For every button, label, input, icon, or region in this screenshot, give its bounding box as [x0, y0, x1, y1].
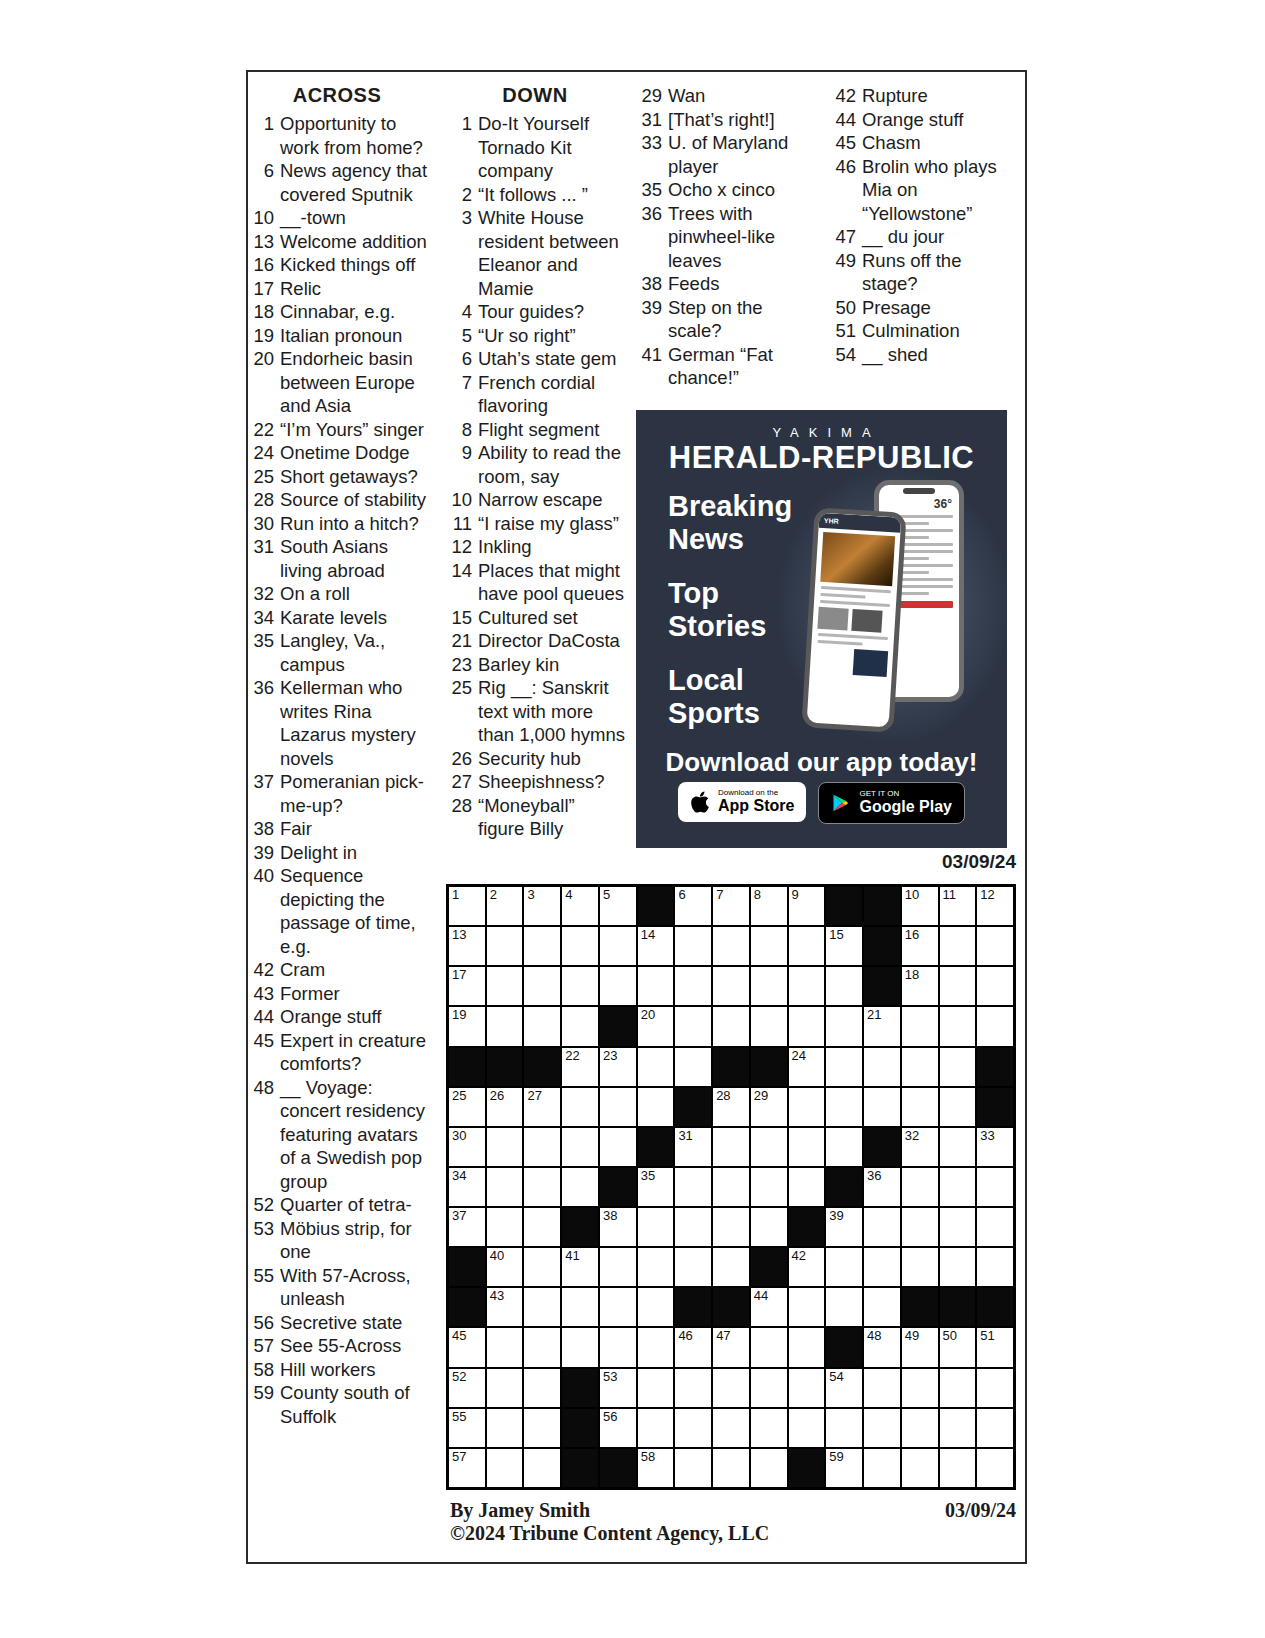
clue: 22“I’m Yours” singer	[246, 418, 432, 442]
grid-cell[interactable]	[902, 1168, 938, 1206]
clue-text: [That’s right!]	[668, 108, 816, 132]
clue-number: 25	[246, 465, 280, 489]
grid-cell[interactable]	[713, 1128, 749, 1166]
grid-cell[interactable]	[977, 1007, 1013, 1045]
grid-cell[interactable]	[524, 1369, 560, 1407]
grid-cell[interactable]	[751, 967, 787, 1005]
grid-cell[interactable]	[713, 1409, 749, 1447]
grid-cell[interactable]: 32	[902, 1128, 938, 1166]
grid-cell[interactable]: 50	[940, 1328, 976, 1366]
grid-cell[interactable]: 9	[789, 887, 825, 925]
grid-cell[interactable]	[789, 1088, 825, 1126]
grid-cell[interactable]	[487, 1409, 523, 1447]
clue: 12Inkling	[444, 535, 630, 559]
grid-cell[interactable]	[977, 1409, 1013, 1447]
cell-number: 30	[452, 1129, 466, 1142]
grid-cell[interactable]: 37	[449, 1208, 485, 1246]
clue: 25Short getaways?	[246, 465, 432, 489]
grid-cell[interactable]: 20	[638, 1007, 674, 1045]
clue-number: 29	[634, 84, 668, 108]
cell-number: 41	[565, 1249, 579, 1262]
grid-cell[interactable]	[562, 1168, 598, 1206]
grid-cell[interactable]	[713, 1248, 749, 1286]
grid-cell[interactable]	[751, 1369, 787, 1407]
clue: 40Sequence depicting the passage of time…	[246, 864, 432, 958]
clue-number: 24	[246, 441, 280, 465]
cell-number: 15	[829, 928, 843, 941]
grid-cell[interactable]: 38	[600, 1208, 636, 1246]
grid-cell[interactable]: 13	[449, 927, 485, 965]
grid-cell[interactable]	[487, 1449, 523, 1487]
google-play-badge[interactable]: GET IT ON Google Play	[818, 782, 964, 824]
grid-cell[interactable]	[675, 927, 711, 965]
grid-cell[interactable]	[751, 1128, 787, 1166]
grid-cell[interactable]	[940, 1248, 976, 1286]
black-cell	[713, 1288, 749, 1326]
clue-number: 44	[828, 108, 862, 132]
grid-cell[interactable]: 44	[751, 1288, 787, 1326]
cell-number: 49	[905, 1329, 919, 1342]
grid-cell[interactable]	[562, 1288, 598, 1326]
grid-cell[interactable]	[524, 1128, 560, 1166]
grid-cell[interactable]	[675, 1007, 711, 1045]
clue-number: 31	[246, 535, 280, 582]
grid-cell[interactable]	[638, 1248, 674, 1286]
grid-cell[interactable]	[751, 1449, 787, 1487]
grid-cell[interactable]	[789, 1288, 825, 1326]
grid-cell[interactable]	[864, 1048, 900, 1086]
grid-cell[interactable]	[524, 1288, 560, 1326]
black-cell	[789, 1449, 825, 1487]
grid-cell[interactable]: 15	[826, 927, 862, 965]
grid-cell[interactable]: 45	[449, 1328, 485, 1366]
grid-cell[interactable]: 42	[789, 1248, 825, 1286]
clue-number: 30	[246, 512, 280, 536]
grid-cell[interactable]: 55	[449, 1409, 485, 1447]
black-cell	[977, 1048, 1013, 1086]
grid-cell[interactable]	[751, 1007, 787, 1045]
grid-cell[interactable]: 47	[713, 1328, 749, 1366]
clue-number: 47	[828, 225, 862, 249]
grid-cell[interactable]: 29	[751, 1088, 787, 1126]
grid-cell[interactable]: 24	[789, 1048, 825, 1086]
grid-cell[interactable]: 33	[977, 1128, 1013, 1166]
ad-cta: Download our app today!	[636, 747, 1007, 778]
grid-cell[interactable]	[789, 1168, 825, 1206]
grid-cell[interactable]	[487, 1007, 523, 1045]
grid-cell[interactable]	[713, 1369, 749, 1407]
grid-cell[interactable]	[487, 1328, 523, 1366]
clue: 15Cultured set	[444, 606, 630, 630]
grid-cell[interactable]	[600, 1088, 636, 1126]
grid-cell[interactable]	[826, 1007, 862, 1045]
grid-cell[interactable]	[600, 1328, 636, 1366]
clue-number: 42	[828, 84, 862, 108]
grid-cell[interactable]	[940, 1208, 976, 1246]
grid-cell[interactable]: 22	[562, 1048, 598, 1086]
grid-cell[interactable]: 5	[600, 887, 636, 925]
clue: 24Onetime Dodge	[246, 441, 432, 465]
clue-text: Langley, Va., campus	[280, 629, 428, 676]
grid-cell[interactable]: 7	[713, 887, 749, 925]
grid-cell[interactable]	[864, 1409, 900, 1447]
grid-cell[interactable]	[940, 1007, 976, 1045]
grid-cell[interactable]: 6	[675, 887, 711, 925]
grid-cell[interactable]	[638, 967, 674, 1005]
grid-cell[interactable]	[789, 1369, 825, 1407]
grid-cell[interactable]: 40	[487, 1248, 523, 1286]
clue-number: 37	[246, 770, 280, 817]
grid-cell[interactable]	[524, 967, 560, 1005]
grid-cell[interactable]	[902, 1007, 938, 1045]
clue: 38Fair	[246, 817, 432, 841]
grid-cell[interactable]	[977, 1369, 1013, 1407]
grid-cell[interactable]	[524, 1328, 560, 1366]
clue-number: 28	[246, 488, 280, 512]
grid-cell[interactable]	[487, 1208, 523, 1246]
grid-cell[interactable]: 2	[487, 887, 523, 925]
grid-cell[interactable]	[638, 1208, 674, 1246]
grid-cell[interactable]	[713, 927, 749, 965]
grid-cell[interactable]: 26	[487, 1088, 523, 1126]
black-cell	[487, 1048, 523, 1086]
grid-cell[interactable]	[524, 1449, 560, 1487]
clue: 14Places that might have pool queues	[444, 559, 630, 606]
grid-cell[interactable]: 57	[449, 1449, 485, 1487]
black-cell	[751, 1248, 787, 1286]
clue-text: Presage	[862, 296, 1010, 320]
grid-cell[interactable]	[600, 1288, 636, 1326]
grid-cell[interactable]	[864, 1449, 900, 1487]
cell-number: 12	[980, 888, 994, 901]
clue: 44Orange stuff	[246, 1005, 432, 1029]
grid-cell[interactable]	[940, 927, 976, 965]
clue: 37Pomeranian pick-me-up?	[246, 770, 432, 817]
clue-number: 56	[246, 1311, 280, 1335]
grid-cell[interactable]: 23	[600, 1048, 636, 1086]
clue-number: 44	[246, 1005, 280, 1029]
clue-text: Culmination	[862, 319, 1010, 343]
grid-cell[interactable]	[977, 1248, 1013, 1286]
grid-cell[interactable]	[902, 1208, 938, 1246]
grid-cell[interactable]	[826, 1409, 862, 1447]
grid-cell[interactable]	[638, 1409, 674, 1447]
grid-cell[interactable]	[713, 967, 749, 1005]
grid-cell[interactable]: 54	[826, 1369, 862, 1407]
clue-number: 13	[246, 230, 280, 254]
grid-cell[interactable]: 12	[977, 887, 1013, 925]
clue-number: 10	[246, 206, 280, 230]
grid-cell[interactable]	[638, 1328, 674, 1366]
grid-cell[interactable]	[562, 1128, 598, 1166]
grid-cell[interactable]	[524, 1208, 560, 1246]
grid-cell[interactable]	[864, 1288, 900, 1326]
clue-text: Delight in	[280, 841, 428, 865]
grid-cell[interactable]	[487, 1128, 523, 1166]
grid-cell[interactable]: 11	[940, 887, 976, 925]
clue-number: 48	[246, 1076, 280, 1194]
grid-cell[interactable]	[524, 1007, 560, 1045]
clue-text: Security hub	[478, 747, 626, 771]
grid-cell[interactable]	[562, 1007, 598, 1045]
clue-text: Utah’s state gem	[478, 347, 626, 371]
grid-cell[interactable]: 35	[638, 1168, 674, 1206]
grid-cell[interactable]: 30	[449, 1128, 485, 1166]
grid-cell[interactable]	[826, 1128, 862, 1166]
grid-cell[interactable]	[789, 927, 825, 965]
clue: 39Step on the scale?	[634, 296, 820, 343]
black-cell	[562, 1449, 598, 1487]
grid-cell[interactable]: 43	[487, 1288, 523, 1326]
clue-text: Director DaCosta	[478, 629, 626, 653]
app-store-badge[interactable]: Download on the App Store	[678, 782, 806, 822]
grid-cell[interactable]: 41	[562, 1248, 598, 1286]
grid-cell[interactable]: 1	[449, 887, 485, 925]
grid-cell[interactable]: 31	[675, 1128, 711, 1166]
grid-cell[interactable]	[940, 1088, 976, 1126]
cell-number: 27	[527, 1089, 541, 1102]
grid-cell[interactable]: 46	[675, 1328, 711, 1366]
clue-number: 6	[246, 159, 280, 206]
clue-text: See 55-Across	[280, 1334, 428, 1358]
grid-cell[interactable]	[940, 1449, 976, 1487]
clue-number: 59	[246, 1381, 280, 1428]
grid-cell[interactable]	[940, 967, 976, 1005]
grid-cell[interactable]	[826, 967, 862, 1005]
grid-cell[interactable]	[487, 967, 523, 1005]
grid-cell[interactable]	[600, 927, 636, 965]
cell-number: 33	[980, 1129, 994, 1142]
grid-cell[interactable]	[751, 1208, 787, 1246]
grid-cell[interactable]	[826, 1088, 862, 1126]
grid-cell[interactable]	[751, 1328, 787, 1366]
grid-cell[interactable]: 3	[524, 887, 560, 925]
grid-cell[interactable]: 16	[902, 927, 938, 965]
grid-cell[interactable]	[864, 1248, 900, 1286]
clue-text: Fair	[280, 817, 428, 841]
clue: 10__-town	[246, 206, 432, 230]
cell-number: 21	[867, 1008, 881, 1021]
grid-cell[interactable]: 28	[713, 1088, 749, 1126]
clue-text: Short getaways?	[280, 465, 428, 489]
grid-cell[interactable]	[524, 1168, 560, 1206]
grid-cell[interactable]	[638, 1369, 674, 1407]
grid-cell[interactable]	[977, 927, 1013, 965]
grid-cell[interactable]	[675, 967, 711, 1005]
grid-cell[interactable]	[713, 1208, 749, 1246]
news-thumbnail	[851, 609, 882, 633]
grid-cell[interactable]	[977, 1208, 1013, 1246]
grid-cell[interactable]	[638, 1288, 674, 1326]
black-cell	[600, 1007, 636, 1045]
grid-cell[interactable]	[902, 1409, 938, 1447]
grid-cell[interactable]	[940, 1409, 976, 1447]
clue-text: On a roll	[280, 582, 428, 606]
grid-cell[interactable]	[864, 1208, 900, 1246]
down-clue-list-3: 42Rupture44Orange stuff45Chasm46Brolin w…	[828, 84, 1014, 366]
grid-cell[interactable]	[789, 967, 825, 1005]
cell-number: 43	[490, 1289, 504, 1302]
grid-cell[interactable]: 10	[902, 887, 938, 925]
clue-text: French cordial flavoring	[478, 371, 626, 418]
black-cell	[562, 1369, 598, 1407]
clue-number: 12	[444, 535, 478, 559]
clue: 54__ shed	[828, 343, 1014, 367]
grid-cell[interactable]: 34	[449, 1168, 485, 1206]
clue: 28Source of stability	[246, 488, 432, 512]
clue-number: 3	[444, 206, 478, 300]
grid-cell[interactable]	[977, 1449, 1013, 1487]
black-cell	[524, 1048, 560, 1086]
grid-cell[interactable]: 56	[600, 1409, 636, 1447]
grid-cell[interactable]: 53	[600, 1369, 636, 1407]
grid-cell[interactable]: 18	[902, 967, 938, 1005]
grid-cell[interactable]	[487, 1168, 523, 1206]
grid-cell[interactable]	[562, 967, 598, 1005]
grid-cell[interactable]: 4	[562, 887, 598, 925]
grid-cell[interactable]	[675, 1208, 711, 1246]
clue: 23Barley kin	[444, 653, 630, 677]
clue-text: Ocho x cinco	[668, 178, 816, 202]
cell-number: 46	[678, 1329, 692, 1342]
grid-cell[interactable]	[864, 1088, 900, 1126]
cell-number: 14	[641, 928, 655, 941]
grid-cell[interactable]	[487, 1369, 523, 1407]
grid-cell[interactable]	[487, 927, 523, 965]
cell-number: 17	[452, 968, 466, 981]
cell-number: 6	[678, 888, 685, 901]
black-cell	[713, 1048, 749, 1086]
grid-cell[interactable]	[524, 1409, 560, 1447]
clue-text: Former	[280, 982, 428, 1006]
grid-cell[interactable]	[562, 1328, 598, 1366]
clue-text: Rupture	[862, 84, 1010, 108]
grid-cell[interactable]	[864, 1369, 900, 1407]
grid-cell[interactable]	[675, 1248, 711, 1286]
grid-cell[interactable]	[826, 1248, 862, 1286]
grid-cell[interactable]	[524, 1248, 560, 1286]
grid-cell[interactable]	[902, 1248, 938, 1286]
clue-text: Orange stuff	[280, 1005, 428, 1029]
grid-cell[interactable]: 48	[864, 1328, 900, 1366]
grid-cell[interactable]	[675, 1409, 711, 1447]
grid-cell[interactable]: 59	[826, 1449, 862, 1487]
clue-number: 17	[246, 277, 280, 301]
grid-cell[interactable]	[675, 1369, 711, 1407]
grid-cell[interactable]	[940, 1168, 976, 1206]
grid-cell[interactable]	[977, 1168, 1013, 1206]
clue: 33U. of Maryland player	[634, 131, 820, 178]
grid-cell[interactable]	[789, 1128, 825, 1166]
grid-cell[interactable]	[789, 1007, 825, 1045]
grid-cell[interactable]	[902, 1088, 938, 1126]
grid-cell[interactable]	[713, 1449, 749, 1487]
grid-cell[interactable]	[638, 1088, 674, 1126]
grid-cell[interactable]	[902, 1048, 938, 1086]
cell-number: 58	[641, 1450, 655, 1463]
clue: 45Chasm	[828, 131, 1014, 155]
grid-cell[interactable]: 14	[638, 927, 674, 965]
clue-number: 21	[444, 629, 478, 653]
grid-cell[interactable]	[977, 967, 1013, 1005]
grid-cell[interactable]: 17	[449, 967, 485, 1005]
grid-cell[interactable]	[902, 1449, 938, 1487]
grid-cell[interactable]: 39	[826, 1208, 862, 1246]
clue-number: 35	[246, 629, 280, 676]
grid-cell[interactable]: 25	[449, 1088, 485, 1126]
black-cell	[864, 927, 900, 965]
clue-number: 14	[444, 559, 478, 606]
grid-cell[interactable]	[713, 1007, 749, 1045]
clue-text: Do-It Yourself Tornado Kit company	[478, 112, 626, 183]
clue-number: 46	[828, 155, 862, 226]
google-play-icon	[831, 792, 851, 814]
grid-cell[interactable]	[562, 927, 598, 965]
grid-cell[interactable]	[600, 967, 636, 1005]
black-cell	[562, 1409, 598, 1447]
grid-cell[interactable]	[524, 927, 560, 965]
clue: 29Wan	[634, 84, 820, 108]
news-photo	[820, 532, 895, 586]
black-cell	[826, 1328, 862, 1366]
clue-text: Feeds	[668, 272, 816, 296]
grid-cell[interactable]	[713, 1168, 749, 1206]
grid-cell[interactable]: 36	[864, 1168, 900, 1206]
grid-cell[interactable]	[638, 1048, 674, 1086]
cell-number: 51	[980, 1329, 994, 1342]
grid-cell[interactable]	[600, 1248, 636, 1286]
grid-cell[interactable]	[751, 1168, 787, 1206]
grid-cell[interactable]: 49	[902, 1328, 938, 1366]
grid-cell[interactable]	[600, 1128, 636, 1166]
grid-cell[interactable]	[675, 1048, 711, 1086]
grid-cell[interactable]	[675, 1168, 711, 1206]
grid-cell[interactable]	[902, 1369, 938, 1407]
grid-cell[interactable]	[940, 1048, 976, 1086]
grid-cell[interactable]	[826, 1048, 862, 1086]
grid-cell[interactable]: 27	[524, 1088, 560, 1126]
clue: 49Runs off the stage?	[828, 249, 1014, 296]
grid-cell[interactable]: 51	[977, 1328, 1013, 1366]
clue: 36Trees with pinwheel-like leaves	[634, 202, 820, 273]
grid-cell[interactable]: 58	[638, 1449, 674, 1487]
grid-cell[interactable]	[562, 1088, 598, 1126]
grid-cell[interactable]	[789, 1409, 825, 1447]
grid-cell[interactable]	[789, 1328, 825, 1366]
grid-cell[interactable]: 21	[864, 1007, 900, 1045]
clue: 53Möbius strip, for one	[246, 1217, 432, 1264]
grid-cell[interactable]: 8	[751, 887, 787, 925]
clue-text: Step on the scale?	[668, 296, 816, 343]
ad-bullets: Breaking News Top Stories Local Sports	[668, 490, 818, 751]
black-cell	[864, 967, 900, 1005]
grid-cell[interactable]: 52	[449, 1369, 485, 1407]
clue: 39Delight in	[246, 841, 432, 865]
grid-cell[interactable]	[751, 1409, 787, 1447]
grid-cell[interactable]	[751, 927, 787, 965]
grid-cell[interactable]	[675, 1449, 711, 1487]
grid-cell[interactable]: 19	[449, 1007, 485, 1045]
grid-cell[interactable]	[826, 1288, 862, 1326]
cell-number: 16	[905, 928, 919, 941]
clue-text: Kellerman who writes Rina Lazarus myster…	[280, 676, 428, 770]
news-thumbnail	[817, 607, 848, 631]
grid-cell[interactable]	[940, 1369, 976, 1407]
cell-number: 5	[603, 888, 610, 901]
clue-number: 39	[246, 841, 280, 865]
grid-cell[interactable]	[940, 1128, 976, 1166]
clue-text: __-town	[280, 206, 428, 230]
